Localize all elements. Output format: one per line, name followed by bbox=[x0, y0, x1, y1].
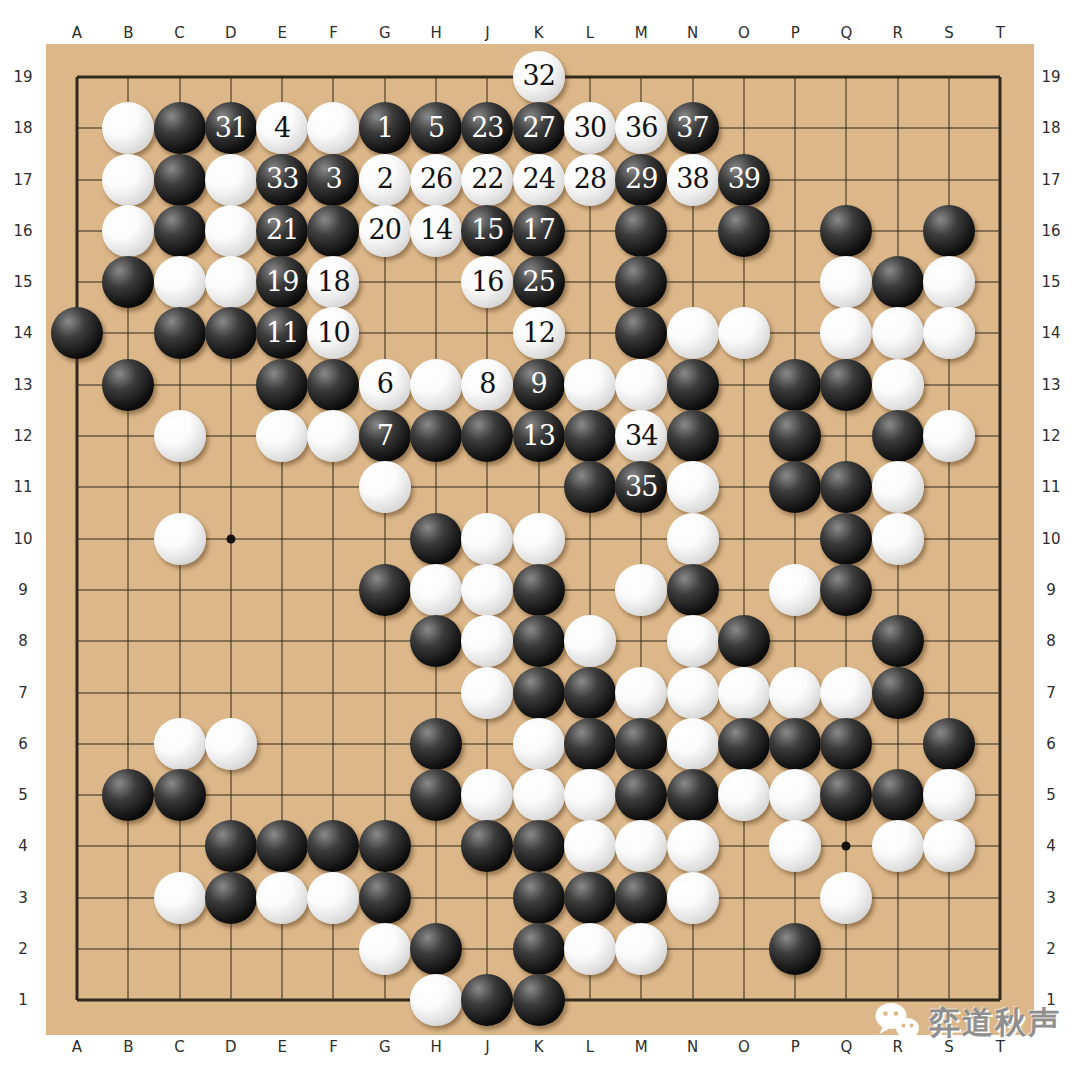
point-G14[interactable] bbox=[359, 308, 410, 359]
point-P18[interactable] bbox=[770, 103, 821, 154]
point-A3[interactable] bbox=[51, 872, 102, 923]
point-J11[interactable] bbox=[462, 462, 513, 513]
point-K16[interactable]: 17 bbox=[513, 205, 564, 256]
point-H5[interactable] bbox=[410, 770, 461, 821]
point-P8[interactable] bbox=[770, 616, 821, 667]
point-D12[interactable] bbox=[205, 410, 256, 461]
point-J2[interactable] bbox=[462, 923, 513, 974]
point-S11[interactable] bbox=[923, 462, 974, 513]
point-S17[interactable] bbox=[923, 154, 974, 205]
point-Q15[interactable] bbox=[821, 257, 872, 308]
point-B12[interactable] bbox=[103, 410, 154, 461]
point-M3[interactable] bbox=[616, 872, 667, 923]
point-H2[interactable] bbox=[410, 923, 461, 974]
point-N4[interactable] bbox=[667, 821, 718, 872]
point-B7[interactable] bbox=[103, 667, 154, 718]
point-J4[interactable] bbox=[462, 821, 513, 872]
point-M4[interactable] bbox=[616, 821, 667, 872]
point-K6[interactable] bbox=[513, 718, 564, 769]
point-M1[interactable] bbox=[616, 975, 667, 1026]
point-M7[interactable] bbox=[616, 667, 667, 718]
point-R18[interactable] bbox=[872, 103, 923, 154]
point-E5[interactable] bbox=[257, 770, 308, 821]
point-A13[interactable] bbox=[51, 359, 102, 410]
point-L15[interactable] bbox=[564, 257, 615, 308]
point-Q16[interactable] bbox=[821, 205, 872, 256]
point-E3[interactable] bbox=[257, 872, 308, 923]
point-R2[interactable] bbox=[872, 923, 923, 974]
point-M17[interactable]: 29 bbox=[616, 154, 667, 205]
point-H4[interactable] bbox=[410, 821, 461, 872]
point-P12[interactable] bbox=[770, 410, 821, 461]
point-E12[interactable] bbox=[257, 410, 308, 461]
point-Q3[interactable] bbox=[821, 872, 872, 923]
point-A17[interactable] bbox=[51, 154, 102, 205]
point-H9[interactable] bbox=[410, 564, 461, 615]
point-F4[interactable] bbox=[308, 821, 359, 872]
point-G1[interactable] bbox=[359, 975, 410, 1026]
point-G11[interactable] bbox=[359, 462, 410, 513]
point-G15[interactable] bbox=[359, 257, 410, 308]
point-B1[interactable] bbox=[103, 975, 154, 1026]
point-D5[interactable] bbox=[205, 770, 256, 821]
point-M13[interactable] bbox=[616, 359, 667, 410]
point-N12[interactable] bbox=[667, 410, 718, 461]
point-A18[interactable] bbox=[51, 103, 102, 154]
point-O15[interactable] bbox=[718, 257, 769, 308]
point-R17[interactable] bbox=[872, 154, 923, 205]
point-B16[interactable] bbox=[103, 205, 154, 256]
point-T16[interactable] bbox=[975, 205, 1026, 256]
point-P15[interactable] bbox=[770, 257, 821, 308]
point-B15[interactable] bbox=[103, 257, 154, 308]
point-C5[interactable] bbox=[154, 770, 205, 821]
point-J10[interactable] bbox=[462, 513, 513, 564]
point-T5[interactable] bbox=[975, 770, 1026, 821]
point-J8[interactable] bbox=[462, 616, 513, 667]
point-H13[interactable] bbox=[410, 359, 461, 410]
point-Q10[interactable] bbox=[821, 513, 872, 564]
point-N10[interactable] bbox=[667, 513, 718, 564]
point-C4[interactable] bbox=[154, 821, 205, 872]
point-T8[interactable] bbox=[975, 616, 1026, 667]
point-D11[interactable] bbox=[205, 462, 256, 513]
point-M12[interactable]: 34 bbox=[616, 410, 667, 461]
point-G10[interactable] bbox=[359, 513, 410, 564]
point-M5[interactable] bbox=[616, 770, 667, 821]
point-D18[interactable]: 31 bbox=[205, 103, 256, 154]
point-L18[interactable]: 30 bbox=[564, 103, 615, 154]
point-M6[interactable] bbox=[616, 718, 667, 769]
point-T9[interactable] bbox=[975, 564, 1026, 615]
point-E14[interactable]: 11 bbox=[257, 308, 308, 359]
point-K19[interactable]: 32 bbox=[513, 51, 564, 102]
point-L16[interactable] bbox=[564, 205, 615, 256]
point-A5[interactable] bbox=[51, 770, 102, 821]
point-S18[interactable] bbox=[923, 103, 974, 154]
point-C10[interactable] bbox=[154, 513, 205, 564]
point-S13[interactable] bbox=[923, 359, 974, 410]
point-N15[interactable] bbox=[667, 257, 718, 308]
point-M8[interactable] bbox=[616, 616, 667, 667]
point-D4[interactable] bbox=[205, 821, 256, 872]
point-K9[interactable] bbox=[513, 564, 564, 615]
point-G13[interactable]: 6 bbox=[359, 359, 410, 410]
point-N5[interactable] bbox=[667, 770, 718, 821]
point-N3[interactable] bbox=[667, 872, 718, 923]
point-H14[interactable] bbox=[410, 308, 461, 359]
point-O7[interactable] bbox=[718, 667, 769, 718]
point-E4[interactable] bbox=[257, 821, 308, 872]
point-E2[interactable] bbox=[257, 923, 308, 974]
point-G2[interactable] bbox=[359, 923, 410, 974]
point-C7[interactable] bbox=[154, 667, 205, 718]
point-F16[interactable] bbox=[308, 205, 359, 256]
point-T18[interactable] bbox=[975, 103, 1026, 154]
point-P2[interactable] bbox=[770, 923, 821, 974]
point-A6[interactable] bbox=[51, 718, 102, 769]
point-F6[interactable] bbox=[308, 718, 359, 769]
point-P4[interactable] bbox=[770, 821, 821, 872]
point-G4[interactable] bbox=[359, 821, 410, 872]
point-R9[interactable] bbox=[872, 564, 923, 615]
point-S12[interactable] bbox=[923, 410, 974, 461]
point-P6[interactable] bbox=[770, 718, 821, 769]
point-P3[interactable] bbox=[770, 872, 821, 923]
point-O3[interactable] bbox=[718, 872, 769, 923]
point-H19[interactable] bbox=[410, 51, 461, 102]
point-Q2[interactable] bbox=[821, 923, 872, 974]
point-K7[interactable] bbox=[513, 667, 564, 718]
point-O14[interactable] bbox=[718, 308, 769, 359]
point-L9[interactable] bbox=[564, 564, 615, 615]
point-O13[interactable] bbox=[718, 359, 769, 410]
point-E13[interactable] bbox=[257, 359, 308, 410]
point-P16[interactable] bbox=[770, 205, 821, 256]
point-F11[interactable] bbox=[308, 462, 359, 513]
point-T19[interactable] bbox=[975, 51, 1026, 102]
point-H15[interactable] bbox=[410, 257, 461, 308]
point-R6[interactable] bbox=[872, 718, 923, 769]
point-S7[interactable] bbox=[923, 667, 974, 718]
point-L4[interactable] bbox=[564, 821, 615, 872]
point-G6[interactable] bbox=[359, 718, 410, 769]
point-G18[interactable]: 1 bbox=[359, 103, 410, 154]
point-K14[interactable]: 12 bbox=[513, 308, 564, 359]
point-A12[interactable] bbox=[51, 410, 102, 461]
point-K10[interactable] bbox=[513, 513, 564, 564]
point-D1[interactable] bbox=[205, 975, 256, 1026]
point-C17[interactable] bbox=[154, 154, 205, 205]
point-M11[interactable]: 35 bbox=[616, 462, 667, 513]
point-P13[interactable] bbox=[770, 359, 821, 410]
point-K1[interactable] bbox=[513, 975, 564, 1026]
point-B6[interactable] bbox=[103, 718, 154, 769]
point-A15[interactable] bbox=[51, 257, 102, 308]
point-Q11[interactable] bbox=[821, 462, 872, 513]
point-P19[interactable] bbox=[770, 51, 821, 102]
point-T12[interactable] bbox=[975, 410, 1026, 461]
point-T10[interactable] bbox=[975, 513, 1026, 564]
point-R10[interactable] bbox=[872, 513, 923, 564]
point-F18[interactable] bbox=[308, 103, 359, 154]
point-Q14[interactable] bbox=[821, 308, 872, 359]
point-B3[interactable] bbox=[103, 872, 154, 923]
point-D9[interactable] bbox=[205, 564, 256, 615]
point-J3[interactable] bbox=[462, 872, 513, 923]
point-A2[interactable] bbox=[51, 923, 102, 974]
point-E8[interactable] bbox=[257, 616, 308, 667]
point-K3[interactable] bbox=[513, 872, 564, 923]
point-M19[interactable] bbox=[616, 51, 667, 102]
point-J17[interactable]: 22 bbox=[462, 154, 513, 205]
point-F7[interactable] bbox=[308, 667, 359, 718]
point-R4[interactable] bbox=[872, 821, 923, 872]
point-O11[interactable] bbox=[718, 462, 769, 513]
point-T11[interactable] bbox=[975, 462, 1026, 513]
point-C2[interactable] bbox=[154, 923, 205, 974]
point-O10[interactable] bbox=[718, 513, 769, 564]
point-A11[interactable] bbox=[51, 462, 102, 513]
point-B5[interactable] bbox=[103, 770, 154, 821]
point-S10[interactable] bbox=[923, 513, 974, 564]
point-S9[interactable] bbox=[923, 564, 974, 615]
point-P7[interactable] bbox=[770, 667, 821, 718]
point-H17[interactable]: 26 bbox=[410, 154, 461, 205]
point-F14[interactable]: 10 bbox=[308, 308, 359, 359]
point-D19[interactable] bbox=[205, 51, 256, 102]
point-B14[interactable] bbox=[103, 308, 154, 359]
point-G8[interactable] bbox=[359, 616, 410, 667]
point-L3[interactable] bbox=[564, 872, 615, 923]
point-R13[interactable] bbox=[872, 359, 923, 410]
point-D14[interactable] bbox=[205, 308, 256, 359]
point-A4[interactable] bbox=[51, 821, 102, 872]
point-R19[interactable] bbox=[872, 51, 923, 102]
point-F19[interactable] bbox=[308, 51, 359, 102]
point-G19[interactable] bbox=[359, 51, 410, 102]
point-T17[interactable] bbox=[975, 154, 1026, 205]
point-H1[interactable] bbox=[410, 975, 461, 1026]
point-R7[interactable] bbox=[872, 667, 923, 718]
point-K13[interactable]: 9 bbox=[513, 359, 564, 410]
point-A19[interactable] bbox=[51, 51, 102, 102]
point-S4[interactable] bbox=[923, 821, 974, 872]
point-B2[interactable] bbox=[103, 923, 154, 974]
point-R11[interactable] bbox=[872, 462, 923, 513]
point-M16[interactable] bbox=[616, 205, 667, 256]
point-K5[interactable] bbox=[513, 770, 564, 821]
point-E15[interactable]: 19 bbox=[257, 257, 308, 308]
point-M2[interactable] bbox=[616, 923, 667, 974]
point-L17[interactable]: 28 bbox=[564, 154, 615, 205]
point-O9[interactable] bbox=[718, 564, 769, 615]
point-C16[interactable] bbox=[154, 205, 205, 256]
point-S16[interactable] bbox=[923, 205, 974, 256]
point-R5[interactable] bbox=[872, 770, 923, 821]
point-L11[interactable] bbox=[564, 462, 615, 513]
point-N6[interactable] bbox=[667, 718, 718, 769]
point-O1[interactable] bbox=[718, 975, 769, 1026]
point-N16[interactable] bbox=[667, 205, 718, 256]
point-D2[interactable] bbox=[205, 923, 256, 974]
point-C11[interactable] bbox=[154, 462, 205, 513]
point-B18[interactable] bbox=[103, 103, 154, 154]
point-G3[interactable] bbox=[359, 872, 410, 923]
point-R16[interactable] bbox=[872, 205, 923, 256]
point-G12[interactable]: 7 bbox=[359, 410, 410, 461]
point-Q19[interactable] bbox=[821, 51, 872, 102]
point-E7[interactable] bbox=[257, 667, 308, 718]
point-P1[interactable] bbox=[770, 975, 821, 1026]
point-G7[interactable] bbox=[359, 667, 410, 718]
point-J5[interactable] bbox=[462, 770, 513, 821]
point-B8[interactable] bbox=[103, 616, 154, 667]
point-Q17[interactable] bbox=[821, 154, 872, 205]
point-O2[interactable] bbox=[718, 923, 769, 974]
point-M15[interactable] bbox=[616, 257, 667, 308]
point-T13[interactable] bbox=[975, 359, 1026, 410]
point-F8[interactable] bbox=[308, 616, 359, 667]
point-A7[interactable] bbox=[51, 667, 102, 718]
point-E9[interactable] bbox=[257, 564, 308, 615]
point-D15[interactable] bbox=[205, 257, 256, 308]
point-S2[interactable] bbox=[923, 923, 974, 974]
point-O19[interactable] bbox=[718, 51, 769, 102]
point-R14[interactable] bbox=[872, 308, 923, 359]
point-R8[interactable] bbox=[872, 616, 923, 667]
point-K17[interactable]: 24 bbox=[513, 154, 564, 205]
point-B9[interactable] bbox=[103, 564, 154, 615]
point-L14[interactable] bbox=[564, 308, 615, 359]
point-F15[interactable]: 18 bbox=[308, 257, 359, 308]
point-L19[interactable] bbox=[564, 51, 615, 102]
point-M18[interactable]: 36 bbox=[616, 103, 667, 154]
point-D8[interactable] bbox=[205, 616, 256, 667]
point-E16[interactable]: 21 bbox=[257, 205, 308, 256]
point-H18[interactable]: 5 bbox=[410, 103, 461, 154]
point-J16[interactable]: 15 bbox=[462, 205, 513, 256]
point-C6[interactable] bbox=[154, 718, 205, 769]
point-R15[interactable] bbox=[872, 257, 923, 308]
point-M10[interactable] bbox=[616, 513, 667, 564]
point-H10[interactable] bbox=[410, 513, 461, 564]
point-H7[interactable] bbox=[410, 667, 461, 718]
point-B17[interactable] bbox=[103, 154, 154, 205]
point-T4[interactable] bbox=[975, 821, 1026, 872]
point-J14[interactable] bbox=[462, 308, 513, 359]
point-A16[interactable] bbox=[51, 205, 102, 256]
point-N9[interactable] bbox=[667, 564, 718, 615]
point-H12[interactable] bbox=[410, 410, 461, 461]
point-F12[interactable] bbox=[308, 410, 359, 461]
point-S19[interactable] bbox=[923, 51, 974, 102]
point-A1[interactable] bbox=[51, 975, 102, 1026]
point-N13[interactable] bbox=[667, 359, 718, 410]
point-P11[interactable] bbox=[770, 462, 821, 513]
point-C12[interactable] bbox=[154, 410, 205, 461]
point-L10[interactable] bbox=[564, 513, 615, 564]
point-C3[interactable] bbox=[154, 872, 205, 923]
point-L13[interactable] bbox=[564, 359, 615, 410]
point-E11[interactable] bbox=[257, 462, 308, 513]
point-J19[interactable] bbox=[462, 51, 513, 102]
point-F9[interactable] bbox=[308, 564, 359, 615]
point-E18[interactable]: 4 bbox=[257, 103, 308, 154]
point-C9[interactable] bbox=[154, 564, 205, 615]
point-K15[interactable]: 25 bbox=[513, 257, 564, 308]
point-F17[interactable]: 3 bbox=[308, 154, 359, 205]
point-T6[interactable] bbox=[975, 718, 1026, 769]
point-A14[interactable] bbox=[51, 308, 102, 359]
point-E1[interactable] bbox=[257, 975, 308, 1026]
point-C19[interactable] bbox=[154, 51, 205, 102]
point-D17[interactable] bbox=[205, 154, 256, 205]
point-G16[interactable]: 20 bbox=[359, 205, 410, 256]
point-Q5[interactable] bbox=[821, 770, 872, 821]
point-L7[interactable] bbox=[564, 667, 615, 718]
point-B19[interactable] bbox=[103, 51, 154, 102]
point-C18[interactable] bbox=[154, 103, 205, 154]
point-O17[interactable]: 39 bbox=[718, 154, 769, 205]
point-P5[interactable] bbox=[770, 770, 821, 821]
point-F5[interactable] bbox=[308, 770, 359, 821]
point-P14[interactable] bbox=[770, 308, 821, 359]
point-E10[interactable] bbox=[257, 513, 308, 564]
point-P17[interactable] bbox=[770, 154, 821, 205]
point-N8[interactable] bbox=[667, 616, 718, 667]
point-O5[interactable] bbox=[718, 770, 769, 821]
point-B4[interactable] bbox=[103, 821, 154, 872]
point-L5[interactable] bbox=[564, 770, 615, 821]
point-T14[interactable] bbox=[975, 308, 1026, 359]
point-C15[interactable] bbox=[154, 257, 205, 308]
point-N19[interactable] bbox=[667, 51, 718, 102]
point-N1[interactable] bbox=[667, 975, 718, 1026]
point-K18[interactable]: 27 bbox=[513, 103, 564, 154]
point-T3[interactable] bbox=[975, 872, 1026, 923]
point-P10[interactable] bbox=[770, 513, 821, 564]
point-J7[interactable] bbox=[462, 667, 513, 718]
point-D3[interactable] bbox=[205, 872, 256, 923]
point-F13[interactable] bbox=[308, 359, 359, 410]
point-H6[interactable] bbox=[410, 718, 461, 769]
point-O12[interactable] bbox=[718, 410, 769, 461]
point-Q18[interactable] bbox=[821, 103, 872, 154]
point-A9[interactable] bbox=[51, 564, 102, 615]
point-N18[interactable]: 37 bbox=[667, 103, 718, 154]
point-S5[interactable] bbox=[923, 770, 974, 821]
point-K4[interactable] bbox=[513, 821, 564, 872]
point-G9[interactable] bbox=[359, 564, 410, 615]
point-P9[interactable] bbox=[770, 564, 821, 615]
point-L12[interactable] bbox=[564, 410, 615, 461]
point-Q9[interactable] bbox=[821, 564, 872, 615]
point-J6[interactable] bbox=[462, 718, 513, 769]
point-B10[interactable] bbox=[103, 513, 154, 564]
point-Q13[interactable] bbox=[821, 359, 872, 410]
point-H11[interactable] bbox=[410, 462, 461, 513]
point-N17[interactable]: 38 bbox=[667, 154, 718, 205]
point-F2[interactable] bbox=[308, 923, 359, 974]
point-E17[interactable]: 33 bbox=[257, 154, 308, 205]
point-J18[interactable]: 23 bbox=[462, 103, 513, 154]
point-A8[interactable] bbox=[51, 616, 102, 667]
point-F3[interactable] bbox=[308, 872, 359, 923]
point-N7[interactable] bbox=[667, 667, 718, 718]
point-N14[interactable] bbox=[667, 308, 718, 359]
point-L1[interactable] bbox=[564, 975, 615, 1026]
